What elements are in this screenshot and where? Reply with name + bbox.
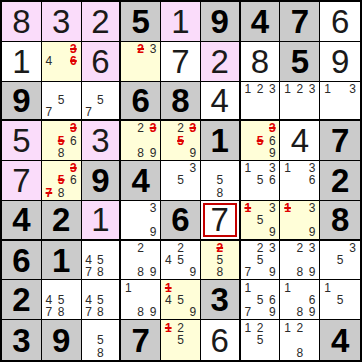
cell-r1c8[interactable]: 7 — [280, 2, 320, 42]
candidate-grid: 251 — [162, 321, 199, 359]
cell-r9c7[interactable]: 125 — [241, 320, 281, 360]
candidate-8: 8 — [55, 187, 67, 199]
candidate-9: 9 — [266, 266, 278, 278]
candidate-9: 9 — [147, 306, 159, 318]
candidate-4: 4 — [43, 55, 55, 67]
given-digit: 8 — [161, 82, 200, 120]
eliminated-candidate-1: 1 — [281, 202, 293, 214]
given-digit: 7 — [280, 2, 319, 41]
candidate-grid: 128 — [281, 321, 318, 359]
solved-digit: 5 — [2, 121, 41, 160]
given-digit: 1 — [42, 241, 81, 280]
candidate-3: 3 — [346, 242, 359, 254]
candidate-4: 4 — [162, 254, 174, 266]
candidate-5: 5 — [254, 294, 266, 306]
given-digit: 9 — [42, 320, 81, 360]
candidate-2: 2 — [294, 242, 306, 254]
candidate-7: 7 — [242, 266, 254, 278]
cell-r4c8[interactable]: 4 — [280, 121, 320, 161]
cell-r7c9[interactable]: 35 — [320, 241, 360, 281]
candidate-5: 5 — [334, 254, 347, 266]
cell-r8c9[interactable]: 15 — [320, 280, 360, 320]
cell-r1c9[interactable]: 6 — [320, 2, 360, 42]
candidate-grid: 125 — [242, 321, 279, 359]
cell-r5c5[interactable]: 35 — [161, 161, 201, 201]
cell-r9c8[interactable]: 128 — [280, 320, 320, 360]
cell-r9c9[interactable]: 4 — [320, 320, 360, 360]
cell-r7c7[interactable]: 23579 — [241, 241, 281, 281]
candidate-grid: 123 — [281, 83, 318, 119]
candidate-grid: 123 — [242, 83, 279, 119]
solved-digit: 2 — [201, 42, 239, 81]
given-digit: 3 — [201, 280, 239, 319]
given-digit: 9 — [201, 2, 239, 41]
cell-r8c6[interactable]: 3 — [201, 280, 241, 320]
candidate-2: 2 — [174, 321, 186, 334]
cell-r4c2[interactable]: 6835 — [42, 121, 82, 161]
candidate-2: 2 — [294, 321, 306, 334]
cell-r2c2[interactable]: 436 — [42, 42, 82, 82]
cell-r3c6[interactable]: 4 — [201, 82, 241, 122]
given-digit: 6 — [2, 241, 41, 280]
cell-r4c5[interactable]: 2935 — [161, 121, 201, 161]
candidate-9: 9 — [187, 147, 199, 159]
cell-r1c1[interactable]: 8 — [2, 2, 42, 42]
candidate-8: 8 — [135, 306, 147, 318]
cell-r2c8[interactable]: 5 — [280, 42, 320, 82]
solved-digit: 9 — [320, 42, 360, 81]
cell-r4c6[interactable]: 1 — [201, 121, 241, 161]
cell-r5c8[interactable]: 136 — [280, 161, 320, 201]
cell-r8c1[interactable]: 2 — [2, 280, 42, 320]
candidate-1: 1 — [281, 281, 293, 293]
candidate-8: 8 — [94, 346, 106, 359]
candidate-6: 6 — [266, 135, 278, 147]
candidate-3: 3 — [306, 202, 318, 214]
eliminated-candidate-1: 1 — [162, 281, 174, 293]
eliminated-candidate-1: 1 — [242, 202, 254, 214]
cell-r7c4[interactable]: 289 — [121, 241, 161, 281]
cell-r4c9[interactable]: 7 — [320, 121, 360, 161]
candidate-5: 5 — [174, 254, 186, 266]
solved-digit: 1 — [2, 42, 41, 81]
cell-r5c9[interactable]: 2 — [320, 161, 360, 201]
candidate-grid: 6835 — [43, 122, 80, 159]
candidate-grid: 57 — [83, 83, 119, 119]
cell-r3c7[interactable]: 123 — [241, 82, 281, 122]
solved-digit: 2 — [82, 2, 120, 41]
candidate-grid: 2893 — [122, 122, 159, 159]
candidate-2: 2 — [294, 83, 306, 95]
solved-digit: 7 — [2, 161, 41, 200]
given-digit: 5 — [121, 2, 160, 41]
cell-r8c5[interactable]: 4591 — [161, 280, 201, 320]
candidate-1: 1 — [321, 281, 334, 293]
cell-r6c7[interactable]: 3591 — [241, 201, 281, 241]
candidate-grid: 15679 — [242, 281, 279, 318]
candidate-8: 8 — [294, 306, 306, 318]
candidate-3: 3 — [346, 83, 359, 95]
eliminated-candidate-5: 5 — [254, 135, 266, 147]
candidate-grid: 436 — [43, 43, 80, 80]
cell-r3c2[interactable]: 57 — [42, 82, 82, 122]
given-digit: 4 — [121, 161, 160, 200]
cell-r5c6[interactable]: 58 — [201, 161, 241, 201]
eliminated-candidate-3: 3 — [67, 162, 79, 174]
eliminated-candidate-1: 1 — [162, 321, 174, 334]
candidate-grid: 1356 — [242, 162, 279, 199]
candidate-grid: 136 — [281, 162, 318, 199]
cell-r9c2[interactable]: 9 — [42, 320, 82, 360]
candidate-1: 1 — [281, 162, 293, 174]
cell-r4c7[interactable]: 6935 — [241, 121, 281, 161]
candidate-grid: 23579 — [242, 242, 279, 279]
candidate-grid: 58 — [202, 162, 238, 199]
cell-r3c5[interactable]: 8 — [161, 82, 201, 122]
cell-r5c4[interactable]: 4 — [121, 161, 161, 201]
selected-cell-value: 7 — [203, 203, 237, 237]
candidate-grid: 391 — [281, 202, 318, 238]
given-digit: 9 — [2, 82, 41, 120]
solved-digit: 7 — [161, 42, 200, 81]
given-digit: 5 — [280, 42, 319, 81]
given-digit: 6 — [121, 82, 160, 120]
solved-digit: 6 — [82, 42, 120, 81]
candidate-1: 1 — [321, 83, 334, 95]
candidate-grid: 4578 — [83, 281, 119, 318]
candidate-grid: 39 — [122, 202, 159, 238]
candidate-2: 2 — [254, 321, 266, 334]
cell-r8c4[interactable]: 189 — [121, 280, 161, 320]
given-digit: 2 — [2, 280, 41, 319]
solved-digit: 3 — [82, 121, 120, 160]
candidate-grid: 35 — [321, 242, 359, 279]
candidate-6: 6 — [306, 174, 318, 186]
given-digit: 4 — [2, 201, 41, 239]
solved-digit: 4 — [201, 82, 239, 120]
candidate-5: 5 — [174, 334, 186, 347]
candidate-grid: 1689 — [281, 281, 318, 318]
eliminated-candidate-3: 3 — [147, 122, 159, 134]
given-digit: 4 — [241, 2, 280, 41]
cell-r9c3[interactable]: 58 — [82, 320, 122, 360]
cell-r1c6[interactable]: 9 — [201, 2, 241, 42]
cell-r6c5[interactable]: 6 — [161, 201, 201, 241]
cell-r3c9[interactable]: 13 — [320, 82, 360, 122]
cell-r9c5[interactable]: 251 — [161, 320, 201, 360]
eliminated-candidate-3: 3 — [187, 122, 199, 134]
candidate-7: 7 — [83, 266, 95, 278]
candidate-7: 7 — [242, 306, 254, 318]
cell-r7c1[interactable]: 6 — [2, 241, 42, 281]
candidate-3: 3 — [147, 43, 159, 55]
cell-r2c5[interactable]: 7 — [161, 42, 201, 82]
candidate-8: 8 — [214, 266, 226, 278]
given-digit: 6 — [161, 201, 200, 239]
candidate-3: 3 — [266, 242, 278, 254]
eliminated-candidate-7: 7 — [43, 187, 55, 199]
candidate-5: 5 — [174, 174, 186, 186]
given-digit: 1 — [201, 121, 239, 160]
cell-r4c4[interactable]: 2893 — [121, 121, 161, 161]
candidate-9: 9 — [187, 266, 199, 278]
candidate-grid: 289 — [122, 242, 159, 279]
cell-r8c8[interactable]: 1689 — [280, 280, 320, 320]
candidate-9: 9 — [147, 147, 159, 159]
given-digit: 8 — [320, 201, 360, 239]
cell-r5c1[interactable]: 7 — [2, 161, 42, 201]
eliminated-candidate-3: 3 — [266, 122, 278, 134]
candidate-grid: 68357 — [43, 162, 80, 199]
candidate-9: 9 — [266, 147, 278, 159]
candidate-9: 9 — [187, 306, 199, 318]
cell-r6c9[interactable]: 8 — [320, 201, 360, 241]
candidate-grid: 4578 — [43, 281, 80, 318]
candidate-7: 7 — [43, 306, 55, 318]
candidate-9: 9 — [147, 266, 159, 278]
solved-digit: 8 — [2, 2, 41, 41]
cell-r1c3[interactable]: 2 — [82, 2, 122, 42]
candidate-7: 7 — [43, 106, 55, 118]
candidate-grid: 2935 — [162, 122, 199, 159]
candidate-1: 1 — [242, 281, 254, 293]
candidate-4: 4 — [162, 294, 174, 306]
cell-r6c1[interactable]: 4 — [2, 201, 42, 241]
candidate-5: 5 — [254, 254, 266, 266]
candidate-5: 5 — [254, 334, 266, 347]
candidate-1: 1 — [242, 83, 254, 95]
cell-r6c3[interactable]: 1 — [82, 201, 122, 241]
solved-digit: 3 — [42, 2, 81, 41]
candidate-grid: 6935 — [242, 122, 279, 159]
solved-digit: 1 — [82, 201, 120, 239]
solved-digit: 4 — [280, 121, 319, 160]
given-digit: 7 — [121, 320, 160, 360]
cell-r8c3[interactable]: 4578 — [82, 280, 122, 320]
eliminated-candidate-2: 2 — [135, 43, 147, 55]
candidate-grid: 3591 — [242, 202, 279, 238]
cell-r3c8[interactable]: 123 — [280, 82, 320, 122]
cell-r9c4[interactable]: 7 — [121, 320, 161, 360]
candidate-7: 7 — [83, 306, 95, 318]
candidate-3: 3 — [147, 202, 159, 214]
candidate-grid: 2389 — [281, 242, 318, 279]
eliminated-candidate-3: 3 — [67, 122, 79, 134]
candidate-2: 2 — [135, 242, 147, 254]
candidate-2: 2 — [135, 122, 147, 134]
given-digit: 3 — [2, 320, 41, 360]
cell-r2c9[interactable]: 9 — [320, 42, 360, 82]
cell-r9c6[interactable]: 6 — [201, 320, 241, 360]
solved-digit: 6 — [320, 2, 360, 41]
cell-r6c8[interactable]: 391 — [280, 201, 320, 241]
candidate-8: 8 — [94, 306, 106, 318]
cell-r6c4[interactable]: 39 — [121, 201, 161, 241]
given-digit: 4 — [320, 320, 360, 360]
given-digit: 9 — [82, 161, 120, 200]
cell-r7c6[interactable]: 582 — [201, 241, 241, 281]
candidate-9: 9 — [266, 306, 278, 318]
cell-r7c2[interactable]: 1 — [42, 241, 82, 281]
cell-r7c3[interactable]: 4578 — [82, 241, 122, 281]
candidate-3: 3 — [266, 83, 278, 95]
candidate-6: 6 — [67, 174, 79, 186]
eliminated-candidate-6: 6 — [67, 55, 79, 67]
cell-r8c7[interactable]: 15679 — [241, 280, 281, 320]
candidate-8: 8 — [294, 266, 306, 278]
cell-r4c3[interactable]: 3 — [82, 121, 122, 161]
cell-r2c4[interactable]: 32 — [121, 42, 161, 82]
cell-r1c5[interactable]: 1 — [161, 2, 201, 42]
given-digit: 2 — [42, 201, 81, 239]
cell-r3c3[interactable]: 57 — [82, 82, 122, 122]
candidate-1: 1 — [281, 83, 293, 95]
candidate-8: 8 — [55, 306, 67, 318]
candidate-5: 5 — [334, 294, 347, 306]
candidate-2: 2 — [174, 122, 186, 134]
candidate-grid: 32 — [122, 43, 159, 80]
candidate-grid: 189 — [122, 281, 159, 318]
given-digit: 7 — [320, 121, 360, 160]
cell-r3c4[interactable]: 6 — [121, 82, 161, 122]
candidate-1: 1 — [242, 321, 254, 334]
candidate-grid: 58 — [83, 321, 119, 359]
given-digit: 2 — [320, 161, 360, 200]
cell-r5c2[interactable]: 68357 — [42, 161, 82, 201]
candidate-3: 3 — [266, 202, 278, 214]
candidate-9: 9 — [147, 226, 159, 238]
candidate-2: 2 — [254, 83, 266, 95]
cell-r8c2[interactable]: 4578 — [42, 280, 82, 320]
candidate-8: 8 — [135, 147, 147, 159]
candidate-7: 7 — [83, 106, 95, 118]
candidate-1: 1 — [122, 281, 134, 293]
candidate-5: 5 — [254, 174, 266, 186]
cell-r1c7[interactable]: 4 — [241, 2, 281, 42]
cell-r2c6[interactable]: 2 — [201, 42, 241, 82]
sudoku-board: 8325194761436632728599575768412312313568… — [0, 0, 362, 362]
eliminated-candidate-5: 5 — [55, 174, 67, 186]
eliminated-candidate-5: 5 — [174, 135, 186, 147]
cell-r2c1[interactable]: 1 — [2, 42, 42, 82]
candidate-9: 9 — [306, 226, 318, 238]
cell-r5c7[interactable]: 1356 — [241, 161, 281, 201]
cell-r6c6[interactable]: 7 — [201, 201, 241, 241]
cell-r7c5[interactable]: 2459 — [161, 241, 201, 281]
candidate-grid: 35 — [162, 162, 199, 199]
candidate-1: 1 — [242, 162, 254, 174]
candidate-grid: 15 — [321, 281, 359, 318]
candidate-3: 3 — [306, 242, 318, 254]
candidate-grid: 2459 — [162, 242, 199, 279]
candidate-grid: 13 — [321, 83, 359, 119]
eliminated-candidate-2: 2 — [214, 242, 226, 254]
cell-r6c2[interactable]: 2 — [42, 201, 82, 241]
candidate-1: 1 — [281, 321, 293, 334]
candidate-8: 8 — [135, 266, 147, 278]
candidate-9: 9 — [266, 226, 278, 238]
candidate-3: 3 — [187, 162, 199, 174]
candidate-8: 8 — [294, 346, 306, 359]
cell-r3c1[interactable]: 9 — [2, 82, 42, 122]
cell-r7c8[interactable]: 2389 — [280, 241, 320, 281]
candidate-grid: 57 — [43, 83, 80, 119]
candidate-8: 8 — [214, 187, 226, 199]
cell-r2c3[interactable]: 6 — [82, 42, 122, 82]
cell-r1c4[interactable]: 5 — [121, 2, 161, 42]
candidate-5: 5 — [214, 174, 226, 186]
candidate-grid: 4591 — [162, 281, 199, 318]
cell-r9c1[interactable]: 3 — [2, 320, 42, 360]
candidate-9: 9 — [306, 266, 318, 278]
cell-r2c7[interactable]: 8 — [241, 42, 281, 82]
candidate-5: 5 — [94, 94, 106, 106]
candidate-5: 5 — [94, 334, 106, 347]
candidate-8: 8 — [94, 266, 106, 278]
candidate-5: 5 — [254, 214, 266, 226]
candidate-6: 6 — [67, 135, 79, 147]
candidate-5: 5 — [55, 94, 67, 106]
candidate-3: 3 — [306, 83, 318, 95]
cell-r5c3[interactable]: 9 — [82, 161, 122, 201]
candidate-8: 8 — [55, 147, 67, 159]
solved-digit: 8 — [241, 42, 280, 81]
cell-r1c2[interactable]: 3 — [42, 2, 82, 42]
eliminated-candidate-5: 5 — [55, 135, 67, 147]
candidate-9: 9 — [306, 306, 318, 318]
candidate-grid: 582 — [202, 242, 238, 279]
candidate-6: 6 — [266, 174, 278, 186]
candidate-5: 5 — [174, 294, 186, 306]
candidate-grid: 4578 — [83, 242, 119, 279]
solved-digit: 1 — [161, 2, 200, 41]
cell-r4c1[interactable]: 5 — [2, 121, 42, 161]
solved-digit: 6 — [201, 320, 239, 360]
